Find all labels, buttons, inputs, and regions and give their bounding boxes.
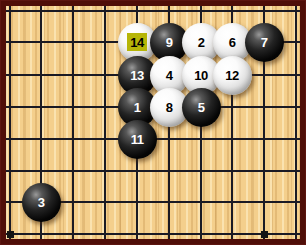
go-board[interactable]: 1492671341012185113 bbox=[6, 6, 300, 239]
move-number: 2 bbox=[198, 36, 205, 49]
grid-line-horizontal-0 bbox=[6, 10, 300, 12]
star-point-0 bbox=[7, 231, 14, 238]
move-number: 13 bbox=[130, 69, 143, 82]
stone-black-move-11[interactable]: 11 bbox=[118, 120, 157, 159]
stone-black-move-7[interactable]: 7 bbox=[245, 23, 284, 62]
move-number: 1 bbox=[134, 101, 141, 114]
move-number: 10 bbox=[194, 69, 207, 82]
last-move-highlight-label: 14 bbox=[127, 33, 147, 51]
stone-black-move-3[interactable]: 3 bbox=[22, 183, 61, 222]
move-number: 14 bbox=[130, 36, 143, 49]
stone-black-move-5[interactable]: 5 bbox=[182, 88, 221, 127]
go-diagram-window: 1492671341012185113 bbox=[0, 0, 306, 245]
move-number: 4 bbox=[166, 69, 173, 82]
grid-line-horizontal-5 bbox=[6, 170, 300, 172]
move-number: 12 bbox=[225, 69, 238, 82]
move-number: 8 bbox=[166, 101, 173, 114]
move-number: 5 bbox=[198, 101, 205, 114]
star-point-1 bbox=[261, 231, 268, 238]
move-number: 3 bbox=[38, 196, 45, 209]
move-number: 9 bbox=[166, 36, 173, 49]
grid-line-horizontal-7 bbox=[6, 233, 300, 235]
move-number: 7 bbox=[261, 36, 268, 49]
move-number: 11 bbox=[131, 133, 144, 146]
move-number: 6 bbox=[229, 36, 236, 49]
stone-white-move-12[interactable]: 12 bbox=[213, 56, 252, 95]
